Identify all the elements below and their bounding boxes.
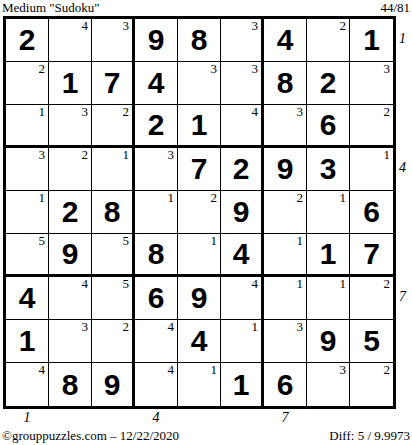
cell-r9c4[interactable]: 4	[135, 363, 178, 406]
cell-r9c9[interactable]: 2	[350, 363, 393, 406]
pencil-digit: 2	[340, 18, 347, 33]
big-digit: 7	[92, 62, 132, 104]
cell-r1c8[interactable]: 2	[307, 19, 350, 62]
cell-r7c6[interactable]: 4	[221, 277, 264, 320]
cell-r7c1[interactable]: 4	[6, 277, 49, 320]
cell-r7c5[interactable]: 9	[178, 277, 221, 320]
cell-r2c3[interactable]: 7	[92, 62, 135, 105]
pencil-digit: 4	[168, 319, 175, 334]
cell-r1c4[interactable]: 9	[135, 19, 178, 62]
pencil-digit: 1	[297, 233, 304, 248]
cell-r8c3[interactable]: 2	[92, 320, 135, 363]
cell-r6c9[interactable]: 7	[350, 234, 393, 277]
header: Medium "Sudoku" 44/81	[2, 0, 410, 15]
cell-r8c5[interactable]: 4	[178, 320, 221, 363]
pencil-digit: 3	[297, 104, 304, 119]
pencil-digit: 2	[384, 362, 391, 377]
big-digit: 4	[264, 19, 306, 61]
cell-r9c7[interactable]: 6	[264, 363, 307, 406]
big-digit: 1	[6, 320, 48, 362]
big-digit: 9	[135, 19, 177, 61]
big-digit: 8	[135, 234, 177, 274]
cell-r7c3[interactable]: 5	[92, 277, 135, 320]
row-label-7: 7	[399, 289, 406, 305]
cell-r2c2[interactable]: 1	[49, 62, 92, 105]
pencil-digit: 5	[123, 276, 130, 291]
big-digit: 6	[135, 277, 177, 319]
pencil-digit: 4	[82, 18, 89, 33]
big-digit: 7	[350, 234, 393, 274]
pencil-digit: 3	[340, 362, 347, 377]
cell-r4c3[interactable]: 1	[92, 148, 135, 191]
big-digit: 9	[178, 277, 220, 319]
big-digit: 6	[350, 191, 393, 233]
cell-r4c6[interactable]: 2	[221, 148, 264, 191]
col-label-7: 7	[282, 410, 289, 426]
big-digit: 2	[49, 191, 91, 233]
pencil-digit: 1	[340, 190, 347, 205]
cell-r1c3[interactable]: 3	[92, 19, 135, 62]
cell-r8c1[interactable]: 1	[6, 320, 49, 363]
cell-r1c6[interactable]: 3	[221, 19, 264, 62]
cell-r6c5[interactable]: 1	[178, 234, 221, 277]
big-digit: 8	[92, 191, 132, 233]
cell-r7c2[interactable]: 4	[49, 277, 92, 320]
big-digit: 1	[49, 62, 91, 104]
big-digit: 8	[49, 363, 91, 406]
cell-r9c3[interactable]: 9	[92, 363, 135, 406]
pencil-digit: 4	[82, 276, 89, 291]
pencil-digit: 4	[168, 362, 175, 377]
big-digit: 1	[307, 234, 349, 274]
cell-r8c7[interactable]: 3	[264, 320, 307, 363]
cell-r4c4[interactable]: 3	[135, 148, 178, 191]
big-digit: 6	[264, 363, 306, 406]
cell-r9c5[interactable]: 1	[178, 363, 221, 406]
cell-r2c9[interactable]: 3	[350, 62, 393, 105]
cell-r1c9[interactable]: 1	[350, 19, 393, 62]
pencil-digit: 2	[39, 61, 46, 76]
big-digit: 9	[264, 148, 306, 190]
pencil-digit: 1	[168, 190, 175, 205]
footer: ©grouppuzzles.com – 12/22/2020 Diff: 5 /…	[2, 428, 410, 444]
pencil-digit: 2	[297, 190, 304, 205]
cell-r6c6[interactable]: 4	[221, 234, 264, 277]
cell-r2c4[interactable]: 4	[135, 62, 178, 105]
pencil-digit: 2	[384, 104, 391, 119]
pencil-digit: 1	[297, 276, 304, 291]
big-digit: 2	[221, 148, 261, 190]
pencil-digit: 3	[82, 104, 89, 119]
cell-r1c1[interactable]: 2	[6, 19, 49, 62]
cell-r7c9[interactable]: 2	[350, 277, 393, 320]
cell-r5c3[interactable]: 8	[92, 191, 135, 234]
cell-r9c2[interactable]: 8	[49, 363, 92, 406]
cell-r3c6[interactable]: 4	[221, 105, 264, 148]
pencil-digit: 2	[211, 190, 218, 205]
cell-r3c8[interactable]: 6	[307, 105, 350, 148]
pencil-digit: 2	[384, 276, 391, 291]
cell-r9c6[interactable]: 1	[221, 363, 264, 406]
cell-r6c3[interactable]: 5	[92, 234, 135, 277]
col-label-1: 1	[24, 410, 31, 426]
col-label-4: 4	[153, 410, 160, 426]
pencil-digit: 2	[123, 319, 130, 334]
pencil-digit: 1	[340, 276, 347, 291]
cell-r2c5[interactable]: 3	[178, 62, 221, 105]
cell-r4c2[interactable]: 2	[49, 148, 92, 191]
cell-r4c5[interactable]: 7	[178, 148, 221, 191]
big-digit: 9	[307, 320, 349, 362]
cell-r1c5[interactable]: 8	[178, 19, 221, 62]
pencil-digit: 1	[211, 362, 218, 377]
cell-r8c2[interactable]: 3	[49, 320, 92, 363]
pencil-digit: 3	[39, 147, 46, 162]
big-digit: 1	[221, 363, 261, 406]
pencil-digit: 2	[82, 147, 89, 162]
cell-r2c7[interactable]: 8	[264, 62, 307, 105]
cell-r5c7[interactable]: 2	[264, 191, 307, 234]
pencil-digit: 4	[252, 276, 259, 291]
cell-r2c1[interactable]: 2	[6, 62, 49, 105]
cell-r3c7[interactable]: 3	[264, 105, 307, 148]
big-digit: 7	[178, 148, 220, 190]
cell-r3c3[interactable]: 2	[92, 105, 135, 148]
cell-r5c8[interactable]: 1	[307, 191, 350, 234]
cell-r6c8[interactable]: 1	[307, 234, 350, 277]
cell-r8c9[interactable]: 5	[350, 320, 393, 363]
row-label-1: 1	[399, 31, 406, 47]
cell-r9c1[interactable]: 4	[6, 363, 49, 406]
copyright-text: ©grouppuzzles.com – 12/22/2020	[2, 428, 179, 444]
big-digit: 4	[6, 277, 48, 319]
big-digit: 9	[92, 363, 132, 406]
pencil-digit: 1	[211, 233, 218, 248]
big-digit: 6	[307, 105, 349, 145]
cell-r4c7[interactable]: 9	[264, 148, 307, 191]
cell-r3c9[interactable]: 2	[350, 105, 393, 148]
cell-r7c8[interactable]: 1	[307, 277, 350, 320]
cell-r8c8[interactable]: 9	[307, 320, 350, 363]
cell-r6c7[interactable]: 1	[264, 234, 307, 277]
big-digit: 4	[135, 62, 177, 104]
sudoku-page: Medium "Sudoku" 44/81 243983421217433823…	[0, 0, 412, 445]
cell-r8c6[interactable]: 1	[221, 320, 264, 363]
cell-r5c5[interactable]: 2	[178, 191, 221, 234]
cell-r6c1[interactable]: 5	[6, 234, 49, 277]
pencil-digit: 5	[39, 233, 46, 248]
pencil-digit: 1	[39, 190, 46, 205]
cell-r4c1[interactable]: 3	[6, 148, 49, 191]
cell-r2c8[interactable]: 2	[307, 62, 350, 105]
big-digit: 2	[307, 62, 349, 104]
row-label-4: 4	[399, 160, 406, 176]
big-digit: 1	[178, 105, 220, 145]
pencil-digit: 1	[252, 319, 259, 334]
cell-r1c2[interactable]: 4	[49, 19, 92, 62]
pencil-digit: 1	[384, 147, 391, 162]
pencil-digit: 3	[123, 18, 130, 33]
cell-r3c1[interactable]: 1	[6, 105, 49, 148]
cell-r5c2[interactable]: 2	[49, 191, 92, 234]
cell-r3c2[interactable]: 3	[49, 105, 92, 148]
cell-r4c9[interactable]: 1	[350, 148, 393, 191]
cell-r6c2[interactable]: 9	[49, 234, 92, 277]
pencil-digit: 3	[82, 319, 89, 334]
pencil-digit: 5	[123, 233, 130, 248]
cell-r5c6[interactable]: 9	[221, 191, 264, 234]
cell-r9c8[interactable]: 3	[307, 363, 350, 406]
cell-r5c9[interactable]: 6	[350, 191, 393, 234]
cell-r8c4[interactable]: 4	[135, 320, 178, 363]
sudoku-board: 2439834212174338231322143623213729311281…	[3, 16, 396, 409]
cell-r1c7[interactable]: 4	[264, 19, 307, 62]
pencil-digit: 4	[252, 104, 259, 119]
cell-r2c6[interactable]: 3	[221, 62, 264, 105]
cell-r6c4[interactable]: 8	[135, 234, 178, 277]
big-digit: 8	[178, 19, 220, 61]
cell-r4c8[interactable]: 3	[307, 148, 350, 191]
cell-r3c5[interactable]: 1	[178, 105, 221, 148]
cell-r5c1[interactable]: 1	[6, 191, 49, 234]
big-digit: 3	[307, 148, 349, 190]
pencil-digit: 3	[211, 61, 218, 76]
difficulty-text: Diff: 5 / 9.9973	[329, 428, 410, 444]
cell-r5c4[interactable]: 1	[135, 191, 178, 234]
big-digit: 8	[264, 62, 306, 104]
big-digit: 9	[221, 191, 261, 233]
progress-counter: 44/81	[380, 0, 410, 15]
big-digit: 2	[6, 19, 48, 61]
pencil-digit: 1	[39, 104, 46, 119]
pencil-digit: 3	[384, 61, 391, 76]
pencil-digit: 1	[123, 147, 130, 162]
big-digit: 9	[49, 234, 91, 274]
cell-r3c4[interactable]: 2	[135, 105, 178, 148]
page-title: Medium "Sudoku"	[2, 0, 100, 15]
big-digit: 4	[221, 234, 261, 274]
cell-r7c4[interactable]: 6	[135, 277, 178, 320]
pencil-digit: 3	[252, 18, 259, 33]
pencil-digit: 3	[168, 147, 175, 162]
big-digit: 4	[178, 320, 220, 362]
big-digit: 5	[350, 320, 393, 362]
pencil-digit: 3	[252, 61, 259, 76]
cell-r7c7[interactable]: 1	[264, 277, 307, 320]
big-digit: 1	[350, 19, 393, 61]
big-digit: 2	[135, 105, 177, 145]
pencil-digit: 3	[297, 319, 304, 334]
pencil-digit: 2	[123, 104, 130, 119]
pencil-digit: 4	[39, 362, 46, 377]
